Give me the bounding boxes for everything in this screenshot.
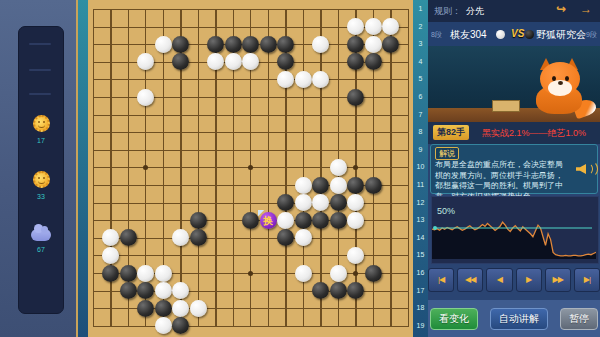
stone-white bbox=[330, 159, 347, 176]
speaker-icon[interactable] bbox=[576, 161, 594, 177]
stone-white bbox=[295, 265, 312, 282]
stone-white bbox=[347, 247, 364, 264]
stone-black bbox=[277, 194, 294, 211]
stone-white bbox=[155, 317, 172, 334]
hoshi-point bbox=[248, 165, 253, 170]
stone-white bbox=[277, 212, 294, 229]
pause-button[interactable]: 暂停 bbox=[560, 308, 598, 330]
row-coordinate-label: 16 bbox=[413, 269, 428, 276]
row-coordinate-label: 2 bbox=[413, 23, 428, 30]
stone-white bbox=[155, 265, 172, 282]
row-coordinate-label: 7 bbox=[413, 111, 428, 118]
board-left-strip bbox=[78, 0, 88, 337]
stone-white bbox=[330, 265, 347, 282]
stone-black bbox=[120, 229, 137, 246]
stone-black bbox=[382, 36, 399, 53]
stone-black bbox=[312, 177, 329, 194]
sun-face-icon bbox=[33, 115, 50, 132]
sidebar-item-emote-cloud[interactable]: 67 bbox=[19, 225, 63, 254]
rules-header: 规则： 分先 ↪ → bbox=[428, 0, 600, 22]
stone-black bbox=[347, 177, 364, 194]
forward-button[interactable]: ▶ bbox=[516, 268, 542, 292]
stone-white bbox=[295, 194, 312, 211]
stone-black bbox=[365, 53, 382, 70]
players-bar: 8段 棋友304 VS 野狐研究会 9段 bbox=[428, 22, 600, 46]
stone-white bbox=[295, 229, 312, 246]
hoshi-point bbox=[143, 165, 148, 170]
vs-label: VS bbox=[511, 28, 524, 39]
winrate-chart[interactable]: 50% bbox=[431, 196, 599, 264]
auto-commentary-button[interactable]: 自动讲解 bbox=[490, 308, 548, 330]
row-coordinate-label: 13 bbox=[413, 216, 428, 223]
stone-black bbox=[120, 265, 137, 282]
row-coordinate-label: 14 bbox=[413, 234, 428, 241]
stone-black bbox=[330, 282, 347, 299]
stone-black bbox=[347, 282, 364, 299]
stone-black bbox=[365, 265, 382, 282]
stone-white bbox=[225, 53, 242, 70]
row-coordinate-label: 6 bbox=[413, 93, 428, 100]
stone-white bbox=[172, 282, 189, 299]
share-icon[interactable]: ↪ bbox=[556, 2, 566, 16]
stone-white bbox=[172, 300, 189, 317]
stone-white bbox=[347, 18, 364, 35]
hoshi-point bbox=[353, 165, 358, 170]
black-stone-icon bbox=[525, 30, 534, 39]
row-coordinate-label: 8 bbox=[413, 128, 428, 135]
stone-black bbox=[295, 212, 312, 229]
white-player-rank: 8段 bbox=[431, 30, 442, 40]
stone-black bbox=[137, 282, 154, 299]
stone-black bbox=[365, 177, 382, 194]
stone-white bbox=[347, 194, 364, 211]
stone-black bbox=[260, 36, 277, 53]
stone-white bbox=[190, 300, 207, 317]
row-coordinate-label: 18 bbox=[413, 304, 428, 311]
stone-black bbox=[120, 282, 137, 299]
stone-black bbox=[172, 317, 189, 334]
stone-white bbox=[312, 36, 329, 53]
stone-black bbox=[330, 212, 347, 229]
stone-white bbox=[295, 71, 312, 88]
fox-nose bbox=[558, 81, 563, 85]
stone-white bbox=[295, 177, 312, 194]
stone-black bbox=[190, 229, 207, 246]
row-coordinate-label: 11 bbox=[413, 181, 428, 188]
sidebar-divider bbox=[29, 69, 51, 71]
sidebar-divider bbox=[29, 93, 51, 95]
row-coordinate-label: 10 bbox=[413, 163, 428, 170]
stone-black bbox=[190, 212, 207, 229]
move-info-bar: 第82手 黑实战2.1%——绝艺1.0% bbox=[428, 122, 600, 144]
move-evaluation: 黑实战2.1%——绝艺1.0% bbox=[482, 127, 586, 140]
sun-face-icon bbox=[33, 171, 50, 188]
item-count: 67 bbox=[19, 246, 63, 254]
stone-white bbox=[277, 71, 294, 88]
rule-label: 规则： bbox=[434, 5, 461, 18]
fox-eye bbox=[552, 76, 556, 81]
board-coordinate-ruler: 12345678910111213141516171819 bbox=[413, 0, 428, 337]
hoshi-point bbox=[248, 271, 253, 276]
black-player-rank: 9段 bbox=[586, 30, 597, 40]
forward-icon[interactable]: → bbox=[580, 2, 592, 16]
white-player-name: 棋友304 bbox=[450, 28, 487, 42]
fox-mascot-illustration bbox=[428, 46, 600, 122]
stone-white bbox=[330, 177, 347, 194]
stone-black bbox=[347, 89, 364, 106]
right-panel: 规则： 分先 ↪ → 8段 棋友304 VS 野狐研究会 9段 bbox=[428, 0, 600, 337]
stone-black bbox=[102, 265, 119, 282]
row-coordinate-label: 5 bbox=[413, 75, 428, 82]
stone-highlighted-move: 换 bbox=[260, 212, 277, 229]
fox-go-review-app: 17 33 67 12345678910111213141516171819 换… bbox=[0, 0, 600, 337]
row-coordinate-label: 12 bbox=[413, 199, 428, 206]
go-to-start-button[interactable]: |◀ bbox=[428, 268, 454, 292]
row-coordinate-label: 4 bbox=[413, 58, 428, 65]
white-stone-icon bbox=[496, 30, 505, 39]
stone-white bbox=[312, 194, 329, 211]
item-count: 17 bbox=[19, 137, 63, 145]
item-count: 33 bbox=[19, 193, 63, 201]
row-coordinate-label: 15 bbox=[413, 251, 428, 258]
stone-white bbox=[312, 71, 329, 88]
commentary-tag: 解说 bbox=[435, 147, 459, 160]
action-bar: 看变化 自动讲解 暂停 bbox=[428, 300, 600, 337]
stone-black bbox=[137, 300, 154, 317]
stone-white bbox=[365, 18, 382, 35]
sidebar-divider bbox=[29, 43, 51, 45]
row-coordinate-label: 3 bbox=[413, 40, 428, 47]
commentary-box: 解说 布局是全盘的重点所在，会决定整局棋的发展方向。两位棋手斗志昂扬，都想赢得这… bbox=[430, 144, 598, 194]
move-number-badge: 第82手 bbox=[433, 125, 469, 140]
sidebar-inner-panel: 17 33 67 bbox=[18, 26, 64, 314]
fast-forward-button[interactable]: ▶▶ bbox=[545, 268, 571, 292]
row-coordinate-label: 17 bbox=[413, 287, 428, 294]
left-sidebar: 17 33 67 bbox=[0, 0, 76, 337]
stone-white bbox=[137, 265, 154, 282]
stone-white bbox=[137, 89, 154, 106]
stone-black bbox=[277, 36, 294, 53]
stone-black bbox=[225, 36, 242, 53]
goban: 12345678910111213141516171819 换 bbox=[76, 0, 428, 337]
fifty-percent-label: 50% bbox=[437, 206, 455, 216]
stone-black bbox=[330, 194, 347, 211]
sidebar-item-emote-sun-1[interactable]: 17 bbox=[19, 115, 63, 145]
playback-controls: |◀ ◀◀ ◀ ▶ ▶▶ ▶| bbox=[428, 267, 600, 293]
stone-white bbox=[102, 247, 119, 264]
stone-black bbox=[312, 212, 329, 229]
fox-eye bbox=[565, 76, 569, 81]
stone-black bbox=[172, 36, 189, 53]
stone-white bbox=[155, 282, 172, 299]
stone-white bbox=[347, 212, 364, 229]
row-coordinate-label: 9 bbox=[413, 146, 428, 153]
view-variation-button[interactable]: 看变化 bbox=[430, 308, 478, 330]
stone-white bbox=[382, 18, 399, 35]
rule-value: 分先 bbox=[466, 5, 484, 18]
stone-black bbox=[207, 36, 224, 53]
row-coordinate-label: 1 bbox=[413, 5, 428, 12]
stone-black bbox=[155, 300, 172, 317]
stone-black bbox=[242, 212, 259, 229]
back-button[interactable]: ◀ bbox=[486, 268, 512, 292]
stone-black bbox=[347, 36, 364, 53]
stone-black bbox=[242, 36, 259, 53]
hoshi-point bbox=[353, 271, 358, 276]
black-player-name: 野狐研究会 bbox=[536, 28, 586, 42]
sidebar-item-emote-sun-2[interactable]: 33 bbox=[19, 171, 63, 201]
stone-white bbox=[155, 36, 172, 53]
mini-goban bbox=[492, 100, 520, 112]
fast-back-button[interactable]: ◀◀ bbox=[457, 268, 483, 292]
cloud-icon bbox=[31, 229, 51, 241]
row-coordinate-label: 19 bbox=[413, 322, 428, 329]
stone-black bbox=[312, 282, 329, 299]
stone-white bbox=[365, 36, 382, 53]
go-to-end-button[interactable]: ▶| bbox=[574, 268, 600, 292]
winrate-chart-svg bbox=[432, 197, 596, 259]
